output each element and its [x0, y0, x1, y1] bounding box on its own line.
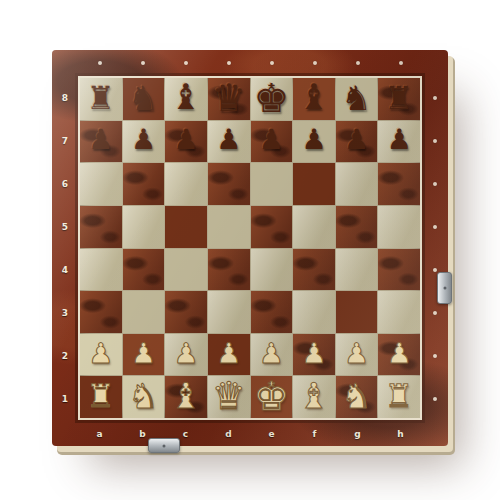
- piece-white-bishop[interactable]: ♝: [298, 379, 329, 414]
- border-dot-icon: [356, 61, 360, 65]
- square-c3[interactable]: [165, 291, 207, 333]
- square-e1[interactable]: ♚: [251, 376, 293, 418]
- border-dot-icon: [141, 61, 145, 65]
- square-f3[interactable]: [293, 291, 335, 333]
- chess-board: 87654321 abcdefgh ♜♞♝♛♚♝♞♜♟♟♟♟♟♟♟♟♟♟♟♟♟♟…: [52, 50, 448, 446]
- piece-white-knight[interactable]: ♞: [128, 379, 158, 413]
- piece-white-pawn[interactable]: ♟: [88, 340, 113, 368]
- piece-white-pawn[interactable]: ♟: [216, 340, 241, 368]
- square-a5[interactable]: [80, 206, 122, 248]
- file-label-h: h: [379, 425, 422, 442]
- square-c8[interactable]: ♝: [165, 78, 207, 120]
- file-label-g: g: [336, 425, 379, 442]
- piece-white-knight[interactable]: ♞: [341, 379, 371, 413]
- piece-white-pawn[interactable]: ♟: [344, 340, 369, 368]
- piece-black-pawn[interactable]: ♟: [216, 126, 241, 154]
- square-g4[interactable]: [336, 249, 378, 291]
- border-dot-icon: [433, 354, 437, 358]
- square-c5[interactable]: [165, 206, 207, 248]
- square-d1[interactable]: ♛: [208, 376, 250, 418]
- square-f8[interactable]: ♝: [293, 78, 335, 120]
- rank-label-7: 7: [57, 119, 73, 162]
- piece-white-rook[interactable]: ♜: [86, 380, 115, 412]
- piece-black-rook[interactable]: ♜: [86, 82, 115, 114]
- rank-label-3: 3: [57, 291, 73, 334]
- square-g2[interactable]: ♟: [336, 334, 378, 376]
- file-label-a: a: [78, 425, 121, 442]
- square-f2[interactable]: ♟: [293, 334, 335, 376]
- piece-black-knight[interactable]: ♞: [128, 81, 158, 115]
- square-d4[interactable]: [208, 249, 250, 291]
- piece-white-pawn[interactable]: ♟: [387, 340, 412, 368]
- square-b3[interactable]: [123, 291, 165, 333]
- square-h1[interactable]: ♜: [378, 376, 420, 418]
- square-h2[interactable]: ♟: [378, 334, 420, 376]
- square-e6[interactable]: [251, 163, 293, 205]
- border-dot-icon: [433, 139, 437, 143]
- piece-black-bishop[interactable]: ♝: [170, 80, 201, 115]
- piece-white-pawn[interactable]: ♟: [259, 340, 284, 368]
- square-e7[interactable]: ♟: [251, 121, 293, 163]
- square-b6[interactable]: [123, 163, 165, 205]
- square-d8[interactable]: ♛: [208, 78, 250, 120]
- square-b8[interactable]: ♞: [123, 78, 165, 120]
- piece-white-pawn[interactable]: ♟: [131, 340, 156, 368]
- square-a4[interactable]: [80, 249, 122, 291]
- file-label-d: d: [207, 425, 250, 442]
- piece-black-pawn[interactable]: ♟: [174, 126, 199, 154]
- square-c4[interactable]: [165, 249, 207, 291]
- border-dot-icon: [433, 268, 437, 272]
- square-a2[interactable]: ♟: [80, 334, 122, 376]
- border-dot-icon: [433, 397, 437, 401]
- piece-black-bishop[interactable]: ♝: [298, 80, 329, 115]
- square-f4[interactable]: [293, 249, 335, 291]
- square-c1[interactable]: ♝: [165, 376, 207, 418]
- piece-white-king[interactable]: ♚: [253, 376, 289, 416]
- square-a1[interactable]: ♜: [80, 376, 122, 418]
- piece-black-pawn[interactable]: ♟: [259, 126, 284, 154]
- latch-clasp-right-icon: [437, 272, 452, 304]
- rank-label-8: 8: [57, 76, 73, 119]
- square-a6[interactable]: [80, 163, 122, 205]
- border-dot-icon: [433, 311, 437, 315]
- piece-black-pawn[interactable]: ♟: [131, 126, 156, 154]
- square-b4[interactable]: [123, 249, 165, 291]
- square-g8[interactable]: ♞: [336, 78, 378, 120]
- piece-black-pawn[interactable]: ♟: [88, 126, 113, 154]
- square-h6[interactable]: [378, 163, 420, 205]
- rank-label-6: 6: [57, 162, 73, 205]
- piece-black-pawn[interactable]: ♟: [301, 126, 326, 154]
- piece-white-bishop[interactable]: ♝: [170, 379, 201, 414]
- latch-clasp-bottom-icon: [148, 438, 180, 453]
- square-g1[interactable]: ♞: [336, 376, 378, 418]
- square-d2[interactable]: ♟: [208, 334, 250, 376]
- square-f6[interactable]: [293, 163, 335, 205]
- border-dot-icon: [227, 61, 231, 65]
- square-h4[interactable]: [378, 249, 420, 291]
- file-labels: abcdefgh: [78, 425, 422, 442]
- rank-label-5: 5: [57, 205, 73, 248]
- square-a7[interactable]: ♟: [80, 121, 122, 163]
- square-c2[interactable]: ♟: [165, 334, 207, 376]
- square-a8[interactable]: ♜: [80, 78, 122, 120]
- square-c7[interactable]: ♟: [165, 121, 207, 163]
- square-f1[interactable]: ♝: [293, 376, 335, 418]
- border-dot-icon: [433, 225, 437, 229]
- board-field: ♜♞♝♛♚♝♞♜♟♟♟♟♟♟♟♟♟♟♟♟♟♟♟♟♜♞♝♛♚♝♞♜: [78, 76, 422, 420]
- piece-white-pawn[interactable]: ♟: [174, 340, 199, 368]
- piece-white-pawn[interactable]: ♟: [301, 340, 326, 368]
- product-photo: 87654321 abcdefgh ♜♞♝♛♚♝♞♜♟♟♟♟♟♟♟♟♟♟♟♟♟♟…: [0, 0, 500, 500]
- border-dot-icon: [433, 182, 437, 186]
- square-b5[interactable]: [123, 206, 165, 248]
- rank-label-4: 4: [57, 248, 73, 291]
- square-h8[interactable]: ♜: [378, 78, 420, 120]
- square-e4[interactable]: [251, 249, 293, 291]
- piece-black-rook[interactable]: ♜: [385, 82, 414, 114]
- file-label-f: f: [293, 425, 336, 442]
- square-g7[interactable]: ♟: [336, 121, 378, 163]
- file-label-e: e: [250, 425, 293, 442]
- rank-label-1: 1: [57, 377, 73, 420]
- piece-black-king[interactable]: ♚: [253, 78, 289, 118]
- square-d3[interactable]: [208, 291, 250, 333]
- rank-labels: 87654321: [57, 76, 73, 420]
- piece-black-pawn[interactable]: ♟: [387, 126, 412, 154]
- border-dot-icon: [184, 61, 188, 65]
- piece-black-pawn[interactable]: ♟: [344, 126, 369, 154]
- piece-white-rook[interactable]: ♜: [385, 380, 414, 412]
- square-f5[interactable]: [293, 206, 335, 248]
- border-dot-icon: [399, 61, 403, 65]
- square-h5[interactable]: [378, 206, 420, 248]
- border-dot-icon: [270, 61, 274, 65]
- square-b7[interactable]: ♟: [123, 121, 165, 163]
- top-edge-markers: [78, 59, 422, 67]
- square-f7[interactable]: ♟: [293, 121, 335, 163]
- square-d7[interactable]: ♟: [208, 121, 250, 163]
- border-dot-icon: [313, 61, 317, 65]
- piece-white-queen[interactable]: ♛: [212, 377, 246, 415]
- rank-label-2: 2: [57, 334, 73, 377]
- square-g5[interactable]: [336, 206, 378, 248]
- square-g3[interactable]: [336, 291, 378, 333]
- square-h7[interactable]: ♟: [378, 121, 420, 163]
- border-dot-icon: [433, 96, 437, 100]
- square-e5[interactable]: [251, 206, 293, 248]
- square-c6[interactable]: [165, 163, 207, 205]
- right-edge-markers: [431, 76, 439, 420]
- square-e8[interactable]: ♚: [251, 78, 293, 120]
- square-g6[interactable]: [336, 163, 378, 205]
- square-b2[interactable]: ♟: [123, 334, 165, 376]
- square-d5[interactable]: [208, 206, 250, 248]
- square-h3[interactable]: [378, 291, 420, 333]
- square-e3[interactable]: [251, 291, 293, 333]
- square-e2[interactable]: ♟: [251, 334, 293, 376]
- square-d6[interactable]: [208, 163, 250, 205]
- border-dot-icon: [98, 61, 102, 65]
- piece-black-queen[interactable]: ♛: [212, 79, 246, 117]
- piece-black-knight[interactable]: ♞: [341, 81, 371, 115]
- square-b1[interactable]: ♞: [123, 376, 165, 418]
- square-a3[interactable]: [80, 291, 122, 333]
